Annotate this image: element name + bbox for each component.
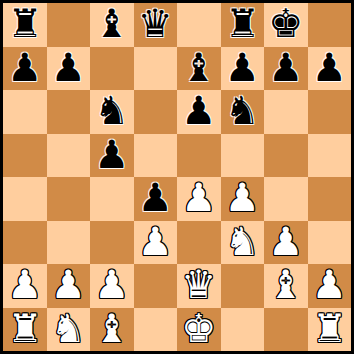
piece-black-queen-d8[interactable]: ♛ (138, 4, 173, 43)
square-a1[interactable]: ♜ (3, 308, 47, 352)
piece-black-pawn-e6[interactable]: ♟ (181, 91, 216, 130)
piece-black-pawn-b7[interactable]: ♟ (51, 48, 86, 87)
square-c5[interactable]: ♟ (90, 134, 134, 178)
square-a2[interactable]: ♟ (3, 264, 47, 308)
square-d4[interactable]: ♟ (134, 177, 178, 221)
square-f2[interactable] (221, 264, 265, 308)
piece-black-pawn-h7[interactable]: ♟ (312, 48, 347, 87)
piece-white-pawn-a2[interactable]: ♟ (7, 265, 42, 304)
piece-white-pawn-b2[interactable]: ♟ (51, 265, 86, 304)
square-h7[interactable]: ♟ (308, 47, 352, 91)
square-a7[interactable]: ♟ (3, 47, 47, 91)
square-b3[interactable] (47, 221, 91, 265)
piece-white-rook-h1[interactable]: ♜ (312, 309, 347, 348)
piece-white-rook-a1[interactable]: ♜ (7, 309, 42, 348)
square-a8[interactable]: ♜ (3, 3, 47, 47)
square-e1[interactable]: ♚ (177, 308, 221, 352)
piece-white-pawn-e4[interactable]: ♟ (181, 178, 216, 217)
square-d3[interactable]: ♟ (134, 221, 178, 265)
square-h6[interactable] (308, 90, 352, 134)
square-b1[interactable]: ♞ (47, 308, 91, 352)
square-f8[interactable]: ♜ (221, 3, 265, 47)
piece-black-rook-f8[interactable]: ♜ (225, 4, 260, 43)
piece-black-bishop-c8[interactable]: ♝ (94, 4, 129, 43)
square-a6[interactable] (3, 90, 47, 134)
piece-white-pawn-c2[interactable]: ♟ (94, 265, 129, 304)
square-c7[interactable] (90, 47, 134, 91)
piece-black-rook-a8[interactable]: ♜ (7, 4, 42, 43)
chess-board: ♜♝♛♜♚♟♟♝♟♟♟♞♟♞♟♟♟♟♟♞♟♟♟♟♛♝♟♜♞♝♚♜ (3, 3, 351, 351)
square-f6[interactable]: ♞ (221, 90, 265, 134)
piece-black-pawn-d4[interactable]: ♟ (138, 178, 173, 217)
square-g5[interactable] (264, 134, 308, 178)
square-e2[interactable]: ♛ (177, 264, 221, 308)
piece-black-knight-f6[interactable]: ♞ (225, 91, 260, 130)
square-b7[interactable]: ♟ (47, 47, 91, 91)
piece-black-king-g8[interactable]: ♚ (268, 4, 303, 43)
square-h8[interactable] (308, 3, 352, 47)
square-e4[interactable]: ♟ (177, 177, 221, 221)
square-b8[interactable] (47, 3, 91, 47)
square-d7[interactable] (134, 47, 178, 91)
square-f3[interactable]: ♞ (221, 221, 265, 265)
square-g8[interactable]: ♚ (264, 3, 308, 47)
piece-white-pawn-g3[interactable]: ♟ (268, 222, 303, 261)
square-f1[interactable] (221, 308, 265, 352)
piece-white-pawn-f4[interactable]: ♟ (225, 178, 260, 217)
piece-black-pawn-f7[interactable]: ♟ (225, 48, 260, 87)
square-c2[interactable]: ♟ (90, 264, 134, 308)
square-f4[interactable]: ♟ (221, 177, 265, 221)
piece-black-knight-c6[interactable]: ♞ (94, 91, 129, 130)
square-d5[interactable] (134, 134, 178, 178)
piece-white-queen-e2[interactable]: ♛ (181, 265, 216, 304)
square-c4[interactable] (90, 177, 134, 221)
piece-white-knight-f3[interactable]: ♞ (225, 222, 260, 261)
square-b4[interactable] (47, 177, 91, 221)
square-c6[interactable]: ♞ (90, 90, 134, 134)
square-c8[interactable]: ♝ (90, 3, 134, 47)
piece-white-king-e1[interactable]: ♚ (181, 309, 216, 348)
square-d6[interactable] (134, 90, 178, 134)
square-e6[interactable]: ♟ (177, 90, 221, 134)
piece-white-pawn-h2[interactable]: ♟ (312, 265, 347, 304)
square-b5[interactable] (47, 134, 91, 178)
square-g4[interactable] (264, 177, 308, 221)
square-c1[interactable]: ♝ (90, 308, 134, 352)
square-e5[interactable] (177, 134, 221, 178)
square-a5[interactable] (3, 134, 47, 178)
piece-black-bishop-e7[interactable]: ♝ (181, 48, 216, 87)
square-f5[interactable] (221, 134, 265, 178)
square-g3[interactable]: ♟ (264, 221, 308, 265)
piece-white-bishop-g2[interactable]: ♝ (268, 265, 303, 304)
square-h4[interactable] (308, 177, 352, 221)
square-a4[interactable] (3, 177, 47, 221)
square-g1[interactable] (264, 308, 308, 352)
square-h5[interactable] (308, 134, 352, 178)
square-h3[interactable] (308, 221, 352, 265)
piece-white-knight-b1[interactable]: ♞ (51, 309, 86, 348)
square-f7[interactable]: ♟ (221, 47, 265, 91)
square-b6[interactable] (47, 90, 91, 134)
square-g6[interactable] (264, 90, 308, 134)
square-a3[interactable] (3, 221, 47, 265)
square-g7[interactable]: ♟ (264, 47, 308, 91)
square-g2[interactable]: ♝ (264, 264, 308, 308)
square-h1[interactable]: ♜ (308, 308, 352, 352)
square-d2[interactable] (134, 264, 178, 308)
piece-white-bishop-c1[interactable]: ♝ (94, 309, 129, 348)
piece-black-pawn-c5[interactable]: ♟ (94, 135, 129, 174)
square-h2[interactable]: ♟ (308, 264, 352, 308)
square-e8[interactable] (177, 3, 221, 47)
square-b2[interactable]: ♟ (47, 264, 91, 308)
square-c3[interactable] (90, 221, 134, 265)
square-d8[interactable]: ♛ (134, 3, 178, 47)
square-e3[interactable] (177, 221, 221, 265)
piece-black-pawn-a7[interactable]: ♟ (7, 48, 42, 87)
chess-board-frame: ♜♝♛♜♚♟♟♝♟♟♟♞♟♞♟♟♟♟♟♞♟♟♟♟♛♝♟♜♞♝♚♜ (0, 0, 354, 354)
piece-white-pawn-d3[interactable]: ♟ (138, 222, 173, 261)
piece-black-pawn-g7[interactable]: ♟ (268, 48, 303, 87)
square-d1[interactable] (134, 308, 178, 352)
square-e7[interactable]: ♝ (177, 47, 221, 91)
